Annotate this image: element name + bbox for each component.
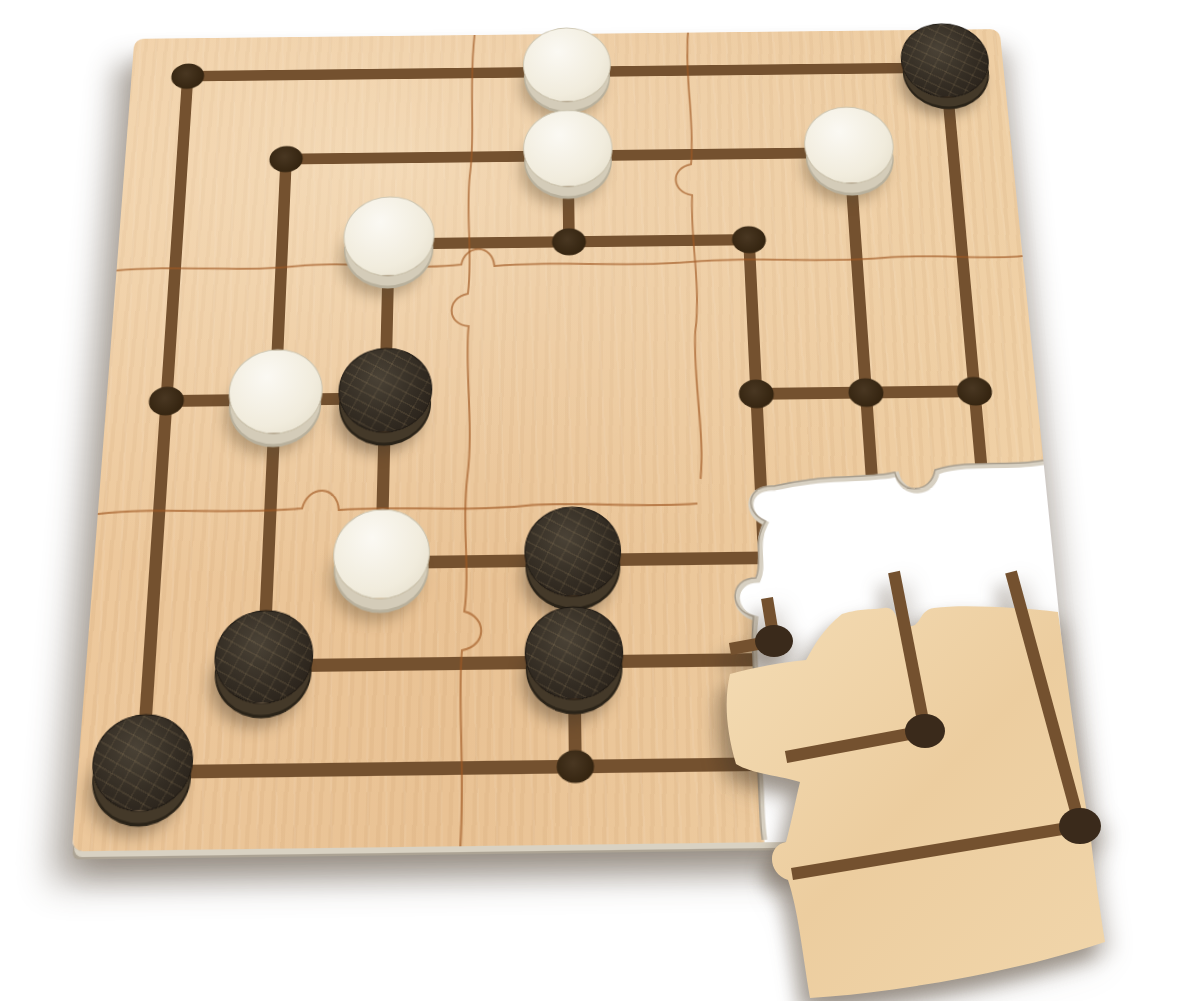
- point-g1[interactable]: [1059, 808, 1101, 844]
- detached-corner-piece[interactable]: [722, 548, 1158, 1001]
- empty-point-dot[interactable]: [556, 750, 594, 783]
- point-f2[interactable]: [905, 714, 945, 748]
- black-piece-a1[interactable]: [89, 714, 196, 813]
- point-e3[interactable]: [755, 625, 793, 657]
- photo-scene: [0, 0, 1200, 1001]
